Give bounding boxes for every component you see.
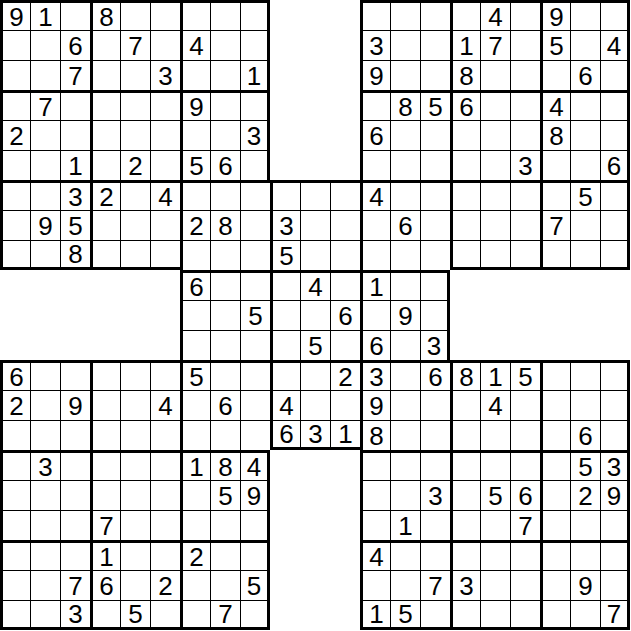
given-digit-r18-c6[interactable]: 2	[180, 540, 210, 570]
given-digit-r3-c1[interactable]: 7	[30, 90, 60, 120]
given-digit-r7-c1[interactable]: 9	[30, 210, 60, 240]
sudoku-cell-r17-c16[interactable]	[480, 510, 510, 540]
given-digit-r13-c5[interactable]: 4	[150, 390, 180, 420]
sudoku-cell-r3-c7[interactable]	[210, 90, 240, 120]
given-digit-r2-c5[interactable]: 3	[150, 60, 180, 90]
given-digit-r19-c19[interactable]: 9	[570, 570, 600, 600]
sudoku-cell-r13-c17[interactable]	[510, 390, 540, 420]
sudoku-cell-r1-c14[interactable]	[420, 30, 450, 60]
sudoku-cell-r9-c13[interactable]	[390, 270, 420, 300]
sudoku-cell-r17-c20[interactable]	[600, 510, 630, 540]
given-digit-r18-c12[interactable]: 4	[360, 540, 390, 570]
sudoku-cell-r20-c15[interactable]	[450, 600, 480, 630]
sudoku-cell-r18-c19[interactable]	[570, 540, 600, 570]
given-digit-r3-c18[interactable]: 4	[540, 90, 570, 120]
sudoku-cell-r15-c4[interactable]	[120, 450, 150, 480]
sudoku-cell-r15-c15[interactable]	[450, 450, 480, 480]
given-digit-r5-c7[interactable]: 6	[210, 150, 240, 180]
sudoku-cell-r16-c4[interactable]	[120, 480, 150, 510]
sudoku-cell-r15-c18[interactable]	[540, 450, 570, 480]
sudoku-cell-r18-c16[interactable]	[480, 540, 510, 570]
given-digit-r2-c15[interactable]: 8	[450, 60, 480, 90]
given-digit-r1-c20[interactable]: 4	[600, 30, 630, 60]
sudoku-cell-r0-c14[interactable]	[420, 0, 450, 30]
sudoku-cell-r3-c5[interactable]	[150, 90, 180, 120]
given-digit-r16-c19[interactable]: 2	[570, 480, 600, 510]
sudoku-cell-r16-c0[interactable]	[0, 480, 30, 510]
given-digit-r16-c7[interactable]: 5	[210, 480, 240, 510]
sudoku-cell-r20-c0[interactable]	[0, 600, 30, 630]
sudoku-cell-r3-c0[interactable]	[0, 90, 30, 120]
sudoku-cell-r12-c9[interactable]	[270, 360, 300, 390]
sudoku-cell-r16-c2[interactable]	[60, 480, 90, 510]
given-digit-r8-c9[interactable]: 5	[270, 240, 300, 270]
sudoku-cell-r19-c20[interactable]	[600, 570, 630, 600]
sudoku-cell-r16-c15[interactable]	[450, 480, 480, 510]
sudoku-cell-r17-c18[interactable]	[540, 510, 570, 540]
sudoku-cell-r17-c5[interactable]	[150, 510, 180, 540]
given-digit-r20-c20[interactable]: 7	[600, 600, 630, 630]
sudoku-cell-r2-c1[interactable]	[30, 60, 60, 90]
given-digit-r2-c2[interactable]: 7	[60, 60, 90, 90]
sudoku-cell-r20-c18[interactable]	[540, 600, 570, 630]
given-digit-r19-c5[interactable]: 2	[150, 570, 180, 600]
sudoku-cell-r8-c1[interactable]	[30, 240, 60, 270]
sudoku-cell-r14-c6[interactable]	[180, 420, 210, 450]
given-digit-r15-c20[interactable]: 3	[600, 450, 630, 480]
given-digit-r14-c10[interactable]: 3	[300, 420, 330, 450]
sudoku-cell-r10-c9[interactable]	[270, 300, 300, 330]
sudoku-cell-r18-c8[interactable]	[240, 540, 270, 570]
sudoku-cell-r15-c17[interactable]	[510, 450, 540, 480]
given-digit-r5-c6[interactable]: 5	[180, 150, 210, 180]
sudoku-cell-r18-c15[interactable]	[450, 540, 480, 570]
given-digit-r19-c3[interactable]: 6	[90, 570, 120, 600]
sudoku-cell-r20-c14[interactable]	[420, 600, 450, 630]
sudoku-cell-r14-c18[interactable]	[540, 420, 570, 450]
sudoku-cell-r7-c10[interactable]	[300, 210, 330, 240]
sudoku-cell-r13-c13[interactable]	[390, 390, 420, 420]
sudoku-cell-r4-c4[interactable]	[120, 120, 150, 150]
sudoku-cell-r7-c11[interactable]	[330, 210, 360, 240]
sudoku-cell-r3-c19[interactable]	[570, 90, 600, 120]
sudoku-cell-r6-c18[interactable]	[540, 180, 570, 210]
given-digit-r6-c2[interactable]: 3	[60, 180, 90, 210]
sudoku-cell-r19-c0[interactable]	[0, 570, 30, 600]
sudoku-cell-r14-c17[interactable]	[510, 420, 540, 450]
given-digit-r15-c1[interactable]: 3	[30, 450, 60, 480]
sudoku-cell-r12-c10[interactable]	[300, 360, 330, 390]
sudoku-cell-r7-c14[interactable]	[420, 210, 450, 240]
given-digit-r20-c13[interactable]: 5	[390, 600, 420, 630]
sudoku-cell-r19-c1[interactable]	[30, 570, 60, 600]
given-digit-r5-c17[interactable]: 3	[510, 150, 540, 180]
given-digit-r20-c12[interactable]: 1	[360, 600, 390, 630]
sudoku-cell-r10-c6[interactable]	[180, 300, 210, 330]
sudoku-cell-r0-c2[interactable]	[60, 0, 90, 30]
sudoku-cell-r10-c7[interactable]	[210, 300, 240, 330]
sudoku-cell-r1-c19[interactable]	[570, 30, 600, 60]
sudoku-cell-r15-c13[interactable]	[390, 450, 420, 480]
sudoku-cell-r8-c15[interactable]	[450, 240, 480, 270]
sudoku-cell-r14-c5[interactable]	[150, 420, 180, 450]
given-digit-r2-c19[interactable]: 6	[570, 60, 600, 90]
sudoku-cell-r11-c9[interactable]	[270, 330, 300, 360]
given-digit-r1-c2[interactable]: 6	[60, 30, 90, 60]
given-digit-r0-c3[interactable]: 8	[90, 0, 120, 30]
sudoku-cell-r6-c14[interactable]	[420, 180, 450, 210]
sudoku-cell-r12-c7[interactable]	[210, 360, 240, 390]
sudoku-cell-r9-c9[interactable]	[270, 270, 300, 300]
sudoku-cell-r20-c6[interactable]	[180, 600, 210, 630]
sudoku-cell-r15-c16[interactable]	[480, 450, 510, 480]
sudoku-cell-r5-c3[interactable]	[90, 150, 120, 180]
sudoku-cell-r20-c16[interactable]	[480, 600, 510, 630]
given-digit-r9-c12[interactable]: 1	[360, 270, 390, 300]
sudoku-cell-r7-c15[interactable]	[450, 210, 480, 240]
sudoku-cell-r6-c8[interactable]	[240, 180, 270, 210]
given-digit-r14-c9[interactable]: 6	[270, 420, 300, 450]
sudoku-cell-r5-c19[interactable]	[570, 150, 600, 180]
sudoku-cell-r18-c7[interactable]	[210, 540, 240, 570]
given-digit-r12-c11[interactable]: 2	[330, 360, 360, 390]
sudoku-cell-r7-c5[interactable]	[150, 210, 180, 240]
given-digit-r13-c7[interactable]: 6	[210, 390, 240, 420]
given-digit-r12-c12[interactable]: 3	[360, 360, 390, 390]
given-digit-r1-c6[interactable]: 4	[180, 30, 210, 60]
given-digit-r6-c5[interactable]: 4	[150, 180, 180, 210]
given-digit-r10-c13[interactable]: 9	[390, 300, 420, 330]
sudoku-cell-r1-c1[interactable]	[30, 30, 60, 60]
sudoku-cell-r3-c8[interactable]	[240, 90, 270, 120]
sudoku-cell-r10-c14[interactable]	[420, 300, 450, 330]
sudoku-cell-r7-c20[interactable]	[600, 210, 630, 240]
given-digit-r6-c12[interactable]: 4	[360, 180, 390, 210]
sudoku-cell-r4-c1[interactable]	[30, 120, 60, 150]
given-digit-r19-c15[interactable]: 3	[450, 570, 480, 600]
sudoku-cell-r17-c14[interactable]	[420, 510, 450, 540]
given-digit-r6-c3[interactable]: 2	[90, 180, 120, 210]
given-digit-r0-c18[interactable]: 9	[540, 0, 570, 30]
sudoku-cell-r17-c15[interactable]	[450, 510, 480, 540]
given-digit-r16-c8[interactable]: 9	[240, 480, 270, 510]
given-digit-r19-c2[interactable]: 7	[60, 570, 90, 600]
sudoku-cell-r0-c4[interactable]	[120, 0, 150, 30]
sudoku-cell-r14-c14[interactable]	[420, 420, 450, 450]
given-digit-r19-c8[interactable]: 5	[240, 570, 270, 600]
sudoku-cell-r14-c7[interactable]	[210, 420, 240, 450]
sudoku-cell-r0-c12[interactable]	[360, 0, 390, 30]
sudoku-cell-r4-c5[interactable]	[150, 120, 180, 150]
sudoku-cell-r6-c13[interactable]	[390, 180, 420, 210]
given-digit-r20-c2[interactable]: 3	[60, 600, 90, 630]
given-digit-r16-c20[interactable]: 9	[600, 480, 630, 510]
sudoku-cell-r1-c0[interactable]	[0, 30, 30, 60]
sudoku-cell-r14-c13[interactable]	[390, 420, 420, 450]
sudoku-cell-r7-c19[interactable]	[570, 210, 600, 240]
sudoku-cell-r15-c3[interactable]	[90, 450, 120, 480]
sudoku-cell-r19-c4[interactable]	[120, 570, 150, 600]
sudoku-cell-r0-c17[interactable]	[510, 0, 540, 30]
sudoku-cell-r14-c8[interactable]	[240, 420, 270, 450]
given-digit-r15-c7[interactable]: 8	[210, 450, 240, 480]
sudoku-cell-r20-c5[interactable]	[150, 600, 180, 630]
sudoku-cell-r14-c0[interactable]	[0, 420, 30, 450]
sudoku-cell-r3-c16[interactable]	[480, 90, 510, 120]
sudoku-cell-r20-c8[interactable]	[240, 600, 270, 630]
sudoku-cell-r6-c11[interactable]	[330, 180, 360, 210]
sudoku-cell-r6-c16[interactable]	[480, 180, 510, 210]
sudoku-cell-r6-c4[interactable]	[120, 180, 150, 210]
sudoku-cell-r4-c7[interactable]	[210, 120, 240, 150]
sudoku-cell-r2-c3[interactable]	[90, 60, 120, 90]
given-digit-r7-c18[interactable]: 7	[540, 210, 570, 240]
given-digit-r7-c2[interactable]: 5	[60, 210, 90, 240]
sudoku-cell-r5-c1[interactable]	[30, 150, 60, 180]
sudoku-cell-r1-c5[interactable]	[150, 30, 180, 60]
sudoku-cell-r5-c18[interactable]	[540, 150, 570, 180]
given-digit-r9-c10[interactable]: 4	[300, 270, 330, 300]
sudoku-cell-r13-c15[interactable]	[450, 390, 480, 420]
given-digit-r2-c12[interactable]: 9	[360, 60, 390, 90]
sudoku-cell-r12-c3[interactable]	[90, 360, 120, 390]
given-digit-r4-c8[interactable]: 3	[240, 120, 270, 150]
sudoku-cell-r8-c18[interactable]	[540, 240, 570, 270]
sudoku-cell-r6-c10[interactable]	[300, 180, 330, 210]
sudoku-cell-r16-c1[interactable]	[30, 480, 60, 510]
given-digit-r7-c13[interactable]: 6	[390, 210, 420, 240]
sudoku-cell-r7-c3[interactable]	[90, 210, 120, 240]
sudoku-cell-r18-c1[interactable]	[30, 540, 60, 570]
sudoku-cell-r0-c5[interactable]	[150, 0, 180, 30]
sudoku-cell-r9-c7[interactable]	[210, 270, 240, 300]
sudoku-cell-r14-c2[interactable]	[60, 420, 90, 450]
sudoku-cell-r4-c14[interactable]	[420, 120, 450, 150]
sudoku-cell-r11-c8[interactable]	[240, 330, 270, 360]
given-digit-r3-c14[interactable]: 5	[420, 90, 450, 120]
sudoku-cell-r8-c12[interactable]	[360, 240, 390, 270]
given-digit-r18-c3[interactable]: 1	[90, 540, 120, 570]
sudoku-cell-r18-c13[interactable]	[390, 540, 420, 570]
given-digit-r1-c15[interactable]: 1	[450, 30, 480, 60]
sudoku-cell-r2-c6[interactable]	[180, 60, 210, 90]
sudoku-cell-r7-c8[interactable]	[240, 210, 270, 240]
sudoku-cell-r18-c0[interactable]	[0, 540, 30, 570]
given-digit-r12-c14[interactable]: 6	[420, 360, 450, 390]
sudoku-cell-r13-c18[interactable]	[540, 390, 570, 420]
given-digit-r16-c16[interactable]: 5	[480, 480, 510, 510]
sudoku-cell-r4-c15[interactable]	[450, 120, 480, 150]
sudoku-cell-r14-c15[interactable]	[450, 420, 480, 450]
sudoku-cell-r5-c13[interactable]	[390, 150, 420, 180]
sudoku-cell-r4-c2[interactable]	[60, 120, 90, 150]
sudoku-cell-r2-c18[interactable]	[540, 60, 570, 90]
sudoku-cell-r10-c10[interactable]	[300, 300, 330, 330]
sudoku-cell-r8-c0[interactable]	[0, 240, 30, 270]
sudoku-cell-r5-c14[interactable]	[420, 150, 450, 180]
sudoku-cell-r8-c10[interactable]	[300, 240, 330, 270]
sudoku-cell-r17-c1[interactable]	[30, 510, 60, 540]
given-digit-r20-c4[interactable]: 5	[120, 600, 150, 630]
sudoku-cell-r15-c14[interactable]	[420, 450, 450, 480]
sudoku-cell-r16-c5[interactable]	[150, 480, 180, 510]
given-digit-r14-c12[interactable]: 8	[360, 420, 390, 450]
sudoku-cell-r17-c19[interactable]	[570, 510, 600, 540]
sudoku-cell-r18-c14[interactable]	[420, 540, 450, 570]
sudoku-cell-r12-c19[interactable]	[570, 360, 600, 390]
given-digit-r12-c17[interactable]: 5	[510, 360, 540, 390]
sudoku-cell-r15-c0[interactable]	[0, 450, 30, 480]
sudoku-cell-r14-c20[interactable]	[600, 420, 630, 450]
sudoku-cell-r3-c4[interactable]	[120, 90, 150, 120]
given-digit-r13-c12[interactable]: 9	[360, 390, 390, 420]
sudoku-cell-r9-c8[interactable]	[240, 270, 270, 300]
sudoku-cell-r13-c1[interactable]	[30, 390, 60, 420]
sudoku-cell-r6-c15[interactable]	[450, 180, 480, 210]
sudoku-cell-r12-c20[interactable]	[600, 360, 630, 390]
sudoku-cell-r17-c7[interactable]	[210, 510, 240, 540]
given-digit-r9-c6[interactable]: 6	[180, 270, 210, 300]
sudoku-cell-r13-c20[interactable]	[600, 390, 630, 420]
sudoku-cell-r15-c2[interactable]	[60, 450, 90, 480]
sudoku-cell-r6-c7[interactable]	[210, 180, 240, 210]
sudoku-cell-r11-c11[interactable]	[330, 330, 360, 360]
sudoku-cell-r18-c20[interactable]	[600, 540, 630, 570]
sudoku-cell-r1-c13[interactable]	[390, 30, 420, 60]
sudoku-cell-r4-c20[interactable]	[600, 120, 630, 150]
sudoku-cell-r13-c6[interactable]	[180, 390, 210, 420]
sudoku-cell-r19-c16[interactable]	[480, 570, 510, 600]
sudoku-cell-r20-c19[interactable]	[570, 600, 600, 630]
sudoku-cell-r0-c20[interactable]	[600, 0, 630, 30]
given-digit-r0-c16[interactable]: 4	[480, 0, 510, 30]
sudoku-cell-r12-c2[interactable]	[60, 360, 90, 390]
sudoku-cell-r15-c12[interactable]	[360, 450, 390, 480]
sudoku-cell-r2-c20[interactable]	[600, 60, 630, 90]
sudoku-cell-r3-c12[interactable]	[360, 90, 390, 120]
given-digit-r8-c2[interactable]: 8	[60, 240, 90, 270]
sudoku-cell-r13-c10[interactable]	[300, 390, 330, 420]
sudoku-cell-r5-c5[interactable]	[150, 150, 180, 180]
sudoku-cell-r5-c16[interactable]	[480, 150, 510, 180]
given-digit-r5-c2[interactable]: 1	[60, 150, 90, 180]
sudoku-cell-r14-c4[interactable]	[120, 420, 150, 450]
sudoku-cell-r7-c4[interactable]	[120, 210, 150, 240]
sudoku-cell-r4-c6[interactable]	[180, 120, 210, 150]
sudoku-cell-r6-c9[interactable]	[270, 180, 300, 210]
sudoku-cell-r10-c12[interactable]	[360, 300, 390, 330]
given-digit-r13-c0[interactable]: 2	[0, 390, 30, 420]
sudoku-cell-r5-c15[interactable]	[450, 150, 480, 180]
given-digit-r5-c4[interactable]: 2	[120, 150, 150, 180]
sudoku-cell-r19-c6[interactable]	[180, 570, 210, 600]
sudoku-cell-r0-c8[interactable]	[240, 0, 270, 30]
given-digit-r15-c19[interactable]: 5	[570, 450, 600, 480]
sudoku-cell-r0-c15[interactable]	[450, 0, 480, 30]
sudoku-cell-r20-c17[interactable]	[510, 600, 540, 630]
given-digit-r7-c6[interactable]: 2	[180, 210, 210, 240]
sudoku-cell-r2-c4[interactable]	[120, 60, 150, 90]
given-digit-r5-c20[interactable]: 6	[600, 150, 630, 180]
given-digit-r17-c13[interactable]: 1	[390, 510, 420, 540]
given-digit-r16-c14[interactable]: 3	[420, 480, 450, 510]
given-digit-r12-c0[interactable]: 6	[0, 360, 30, 390]
sudoku-cell-r2-c16[interactable]	[480, 60, 510, 90]
sudoku-cell-r1-c8[interactable]	[240, 30, 270, 60]
sudoku-cell-r2-c0[interactable]	[0, 60, 30, 90]
sudoku-cell-r19-c18[interactable]	[540, 570, 570, 600]
given-digit-r17-c3[interactable]: 7	[90, 510, 120, 540]
sudoku-cell-r8-c3[interactable]	[90, 240, 120, 270]
sudoku-cell-r3-c20[interactable]	[600, 90, 630, 120]
given-digit-r10-c8[interactable]: 5	[240, 300, 270, 330]
sudoku-cell-r17-c12[interactable]	[360, 510, 390, 540]
sudoku-cell-r18-c2[interactable]	[60, 540, 90, 570]
given-digit-r3-c6[interactable]: 9	[180, 90, 210, 120]
given-digit-r13-c9[interactable]: 4	[270, 390, 300, 420]
sudoku-cell-r8-c11[interactable]	[330, 240, 360, 270]
sudoku-cell-r0-c6[interactable]	[180, 0, 210, 30]
sudoku-cell-r12-c13[interactable]	[390, 360, 420, 390]
given-digit-r12-c6[interactable]: 5	[180, 360, 210, 390]
given-digit-r0-c1[interactable]: 1	[30, 0, 60, 30]
sudoku-cell-r12-c4[interactable]	[120, 360, 150, 390]
given-digit-r4-c0[interactable]: 2	[0, 120, 30, 150]
given-digit-r4-c18[interactable]: 8	[540, 120, 570, 150]
sudoku-cell-r17-c6[interactable]	[180, 510, 210, 540]
sudoku-cell-r12-c18[interactable]	[540, 360, 570, 390]
given-digit-r11-c12[interactable]: 6	[360, 330, 390, 360]
sudoku-cell-r8-c4[interactable]	[120, 240, 150, 270]
sudoku-cell-r4-c16[interactable]	[480, 120, 510, 150]
sudoku-cell-r17-c2[interactable]	[60, 510, 90, 540]
sudoku-cell-r6-c17[interactable]	[510, 180, 540, 210]
sudoku-cell-r8-c7[interactable]	[210, 240, 240, 270]
sudoku-cell-r13-c3[interactable]	[90, 390, 120, 420]
sudoku-cell-r17-c4[interactable]	[120, 510, 150, 540]
given-digit-r3-c15[interactable]: 6	[450, 90, 480, 120]
sudoku-cell-r19-c13[interactable]	[390, 570, 420, 600]
sudoku-cell-r18-c5[interactable]	[150, 540, 180, 570]
sudoku-cell-r14-c3[interactable]	[90, 420, 120, 450]
sudoku-cell-r5-c0[interactable]	[0, 150, 30, 180]
sudoku-cell-r12-c1[interactable]	[30, 360, 60, 390]
sudoku-cell-r8-c19[interactable]	[570, 240, 600, 270]
sudoku-cell-r11-c7[interactable]	[210, 330, 240, 360]
sudoku-cell-r6-c6[interactable]	[180, 180, 210, 210]
sudoku-cell-r16-c3[interactable]	[90, 480, 120, 510]
sudoku-cell-r18-c4[interactable]	[120, 540, 150, 570]
sudoku-cell-r1-c7[interactable]	[210, 30, 240, 60]
sudoku-cell-r2-c7[interactable]	[210, 60, 240, 90]
given-digit-r19-c14[interactable]: 7	[420, 570, 450, 600]
given-digit-r17-c17[interactable]: 7	[510, 510, 540, 540]
sudoku-cell-r2-c13[interactable]	[390, 60, 420, 90]
sudoku-cell-r20-c1[interactable]	[30, 600, 60, 630]
given-digit-r7-c9[interactable]: 3	[270, 210, 300, 240]
given-digit-r15-c6[interactable]: 1	[180, 450, 210, 480]
sudoku-cell-r13-c11[interactable]	[330, 390, 360, 420]
sudoku-cell-r4-c13[interactable]	[390, 120, 420, 150]
sudoku-cell-r16-c18[interactable]	[540, 480, 570, 510]
sudoku-cell-r19-c17[interactable]	[510, 570, 540, 600]
sudoku-cell-r13-c14[interactable]	[420, 390, 450, 420]
sudoku-cell-r3-c3[interactable]	[90, 90, 120, 120]
sudoku-cell-r4-c17[interactable]	[510, 120, 540, 150]
given-digit-r3-c13[interactable]: 8	[390, 90, 420, 120]
sudoku-cell-r17-c8[interactable]	[240, 510, 270, 540]
sudoku-cell-r16-c13[interactable]	[390, 480, 420, 510]
